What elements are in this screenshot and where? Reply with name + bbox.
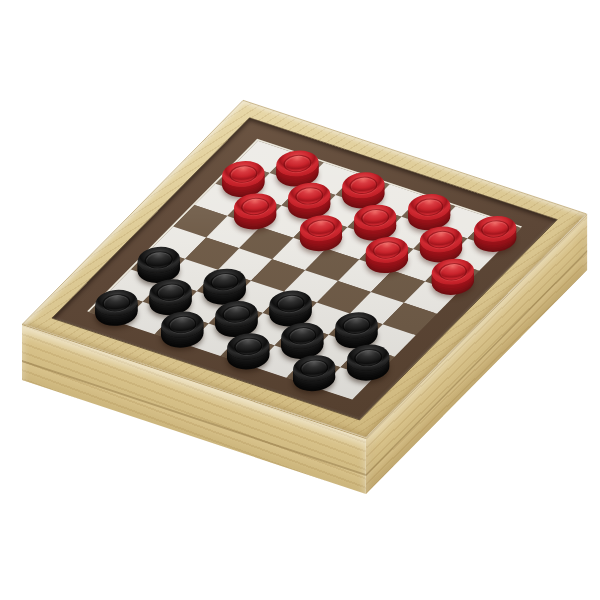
product-photo-scene: ⛂⛂⛂⛂⛂⛂⛂⛂⛂⛂⛂⛂⛀⛀⛀⛀⛀⛀⛀⛀⛀⛀⛀⛀ [0, 0, 600, 600]
